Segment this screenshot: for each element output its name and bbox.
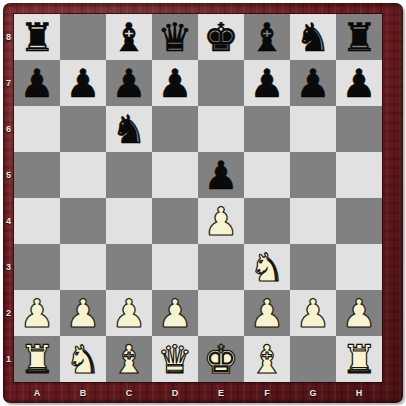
black-pawn[interactable]: ♟ <box>152 60 198 106</box>
square-a8[interactable]: ♜ <box>14 14 60 60</box>
square-b3[interactable] <box>60 244 106 290</box>
square-a7[interactable]: ♟ <box>14 60 60 106</box>
black-pawn[interactable]: ♟ <box>14 60 60 106</box>
board-squares: ♜♝♛♚♝♞♜♟♟♟♟♟♟♟♞♟♟♞♟♟♟♟♟♟♟♜♞♝♛♚♝♜ <box>14 14 382 382</box>
square-d3[interactable] <box>152 244 198 290</box>
rank-label-7: 7 <box>3 60 14 106</box>
black-bishop[interactable]: ♝ <box>244 14 290 60</box>
square-h5[interactable] <box>336 152 382 198</box>
black-pawn[interactable]: ♟ <box>60 60 106 106</box>
square-b8[interactable] <box>60 14 106 60</box>
square-h3[interactable] <box>336 244 382 290</box>
square-d5[interactable] <box>152 152 198 198</box>
square-b2[interactable]: ♟ <box>60 290 106 336</box>
white-pawn[interactable]: ♟ <box>290 290 336 336</box>
square-b6[interactable] <box>60 106 106 152</box>
square-a4[interactable] <box>14 198 60 244</box>
black-rook[interactable]: ♜ <box>14 14 60 60</box>
white-bishop[interactable]: ♝ <box>244 336 290 382</box>
square-f1[interactable]: ♝ <box>244 336 290 382</box>
black-pawn[interactable]: ♟ <box>290 60 336 106</box>
file-label-h: H <box>336 382 382 403</box>
file-label-d: D <box>152 382 198 403</box>
square-e2[interactable] <box>198 290 244 336</box>
rank-label-4: 4 <box>3 198 14 244</box>
square-d1[interactable]: ♛ <box>152 336 198 382</box>
white-king[interactable]: ♚ <box>198 336 244 382</box>
rank-label-5: 5 <box>3 152 14 198</box>
square-f6[interactable] <box>244 106 290 152</box>
square-c3[interactable] <box>106 244 152 290</box>
white-bishop[interactable]: ♝ <box>106 336 152 382</box>
black-pawn[interactable]: ♟ <box>106 60 152 106</box>
square-a6[interactable] <box>14 106 60 152</box>
square-d8[interactable]: ♛ <box>152 14 198 60</box>
black-queen[interactable]: ♛ <box>152 14 198 60</box>
white-knight[interactable]: ♞ <box>60 336 106 382</box>
file-label-b: B <box>60 382 106 403</box>
square-a2[interactable]: ♟ <box>14 290 60 336</box>
white-rook[interactable]: ♜ <box>14 336 60 382</box>
rank-label-6: 6 <box>3 106 14 152</box>
file-labels: ABCDEFGH <box>14 382 382 403</box>
square-b5[interactable] <box>60 152 106 198</box>
square-g5[interactable] <box>290 152 336 198</box>
square-e6[interactable] <box>198 106 244 152</box>
white-pawn[interactable]: ♟ <box>152 290 198 336</box>
white-pawn[interactable]: ♟ <box>14 290 60 336</box>
square-h6[interactable] <box>336 106 382 152</box>
square-g8[interactable]: ♞ <box>290 14 336 60</box>
rank-label-3: 3 <box>3 244 14 290</box>
square-e4[interactable]: ♟ <box>198 198 244 244</box>
square-d2[interactable]: ♟ <box>152 290 198 336</box>
square-h7[interactable]: ♟ <box>336 60 382 106</box>
black-bishop[interactable]: ♝ <box>106 14 152 60</box>
file-label-e: E <box>198 382 244 403</box>
square-b7[interactable]: ♟ <box>60 60 106 106</box>
square-g7[interactable]: ♟ <box>290 60 336 106</box>
square-f8[interactable]: ♝ <box>244 14 290 60</box>
square-c1[interactable]: ♝ <box>106 336 152 382</box>
rank-label-1: 1 <box>3 336 14 382</box>
file-label-c: C <box>106 382 152 403</box>
file-label-g: G <box>290 382 336 403</box>
square-g6[interactable] <box>290 106 336 152</box>
rank-label-8: 8 <box>3 14 14 60</box>
square-e3[interactable] <box>198 244 244 290</box>
square-c2[interactable]: ♟ <box>106 290 152 336</box>
square-a5[interactable] <box>14 152 60 198</box>
white-pawn[interactable]: ♟ <box>336 290 382 336</box>
square-e1[interactable]: ♚ <box>198 336 244 382</box>
black-pawn[interactable]: ♟ <box>198 152 244 198</box>
square-e8[interactable]: ♚ <box>198 14 244 60</box>
square-a1[interactable]: ♜ <box>14 336 60 382</box>
square-d6[interactable] <box>152 106 198 152</box>
white-pawn[interactable]: ♟ <box>198 198 244 244</box>
square-f7[interactable]: ♟ <box>244 60 290 106</box>
rank-labels: 87654321 <box>3 14 14 382</box>
square-c7[interactable]: ♟ <box>106 60 152 106</box>
black-pawn[interactable]: ♟ <box>336 60 382 106</box>
square-e7[interactable] <box>198 60 244 106</box>
white-pawn[interactable]: ♟ <box>244 290 290 336</box>
white-rook[interactable]: ♜ <box>336 336 382 382</box>
square-h8[interactable]: ♜ <box>336 14 382 60</box>
black-rook[interactable]: ♜ <box>336 14 382 60</box>
square-h1[interactable]: ♜ <box>336 336 382 382</box>
square-f3[interactable]: ♞ <box>244 244 290 290</box>
file-label-a: A <box>14 382 60 403</box>
file-label-f: F <box>244 382 290 403</box>
square-d7[interactable]: ♟ <box>152 60 198 106</box>
black-knight[interactable]: ♞ <box>106 106 152 152</box>
square-h4[interactable] <box>336 198 382 244</box>
square-c4[interactable] <box>106 198 152 244</box>
black-knight[interactable]: ♞ <box>290 14 336 60</box>
white-pawn[interactable]: ♟ <box>60 290 106 336</box>
square-c8[interactable]: ♝ <box>106 14 152 60</box>
white-knight[interactable]: ♞ <box>244 244 290 290</box>
white-queen[interactable]: ♛ <box>152 336 198 382</box>
square-g4[interactable] <box>290 198 336 244</box>
square-c5[interactable] <box>106 152 152 198</box>
black-pawn[interactable]: ♟ <box>244 60 290 106</box>
square-f4[interactable] <box>244 198 290 244</box>
square-a3[interactable] <box>14 244 60 290</box>
square-g1[interactable] <box>290 336 336 382</box>
square-g2[interactable]: ♟ <box>290 290 336 336</box>
square-h2[interactable]: ♟ <box>336 290 382 336</box>
white-pawn[interactable]: ♟ <box>106 290 152 336</box>
board-frame: 87654321 ♜♝♛♚♝♞♜♟♟♟♟♟♟♟♞♟♟♞♟♟♟♟♟♟♟♜♞♝♛♚♝… <box>3 3 403 403</box>
square-e5[interactable]: ♟ <box>198 152 244 198</box>
square-g3[interactable] <box>290 244 336 290</box>
square-f2[interactable]: ♟ <box>244 290 290 336</box>
black-king[interactable]: ♚ <box>198 14 244 60</box>
rank-label-2: 2 <box>3 290 14 336</box>
square-d4[interactable] <box>152 198 198 244</box>
square-b4[interactable] <box>60 198 106 244</box>
square-f5[interactable] <box>244 152 290 198</box>
chess-app-window: 87654321 ♜♝♛♚♝♞♜♟♟♟♟♟♟♟♞♟♟♞♟♟♟♟♟♟♟♜♞♝♛♚♝… <box>0 0 406 406</box>
square-c6[interactable]: ♞ <box>106 106 152 152</box>
square-b1[interactable]: ♞ <box>60 336 106 382</box>
